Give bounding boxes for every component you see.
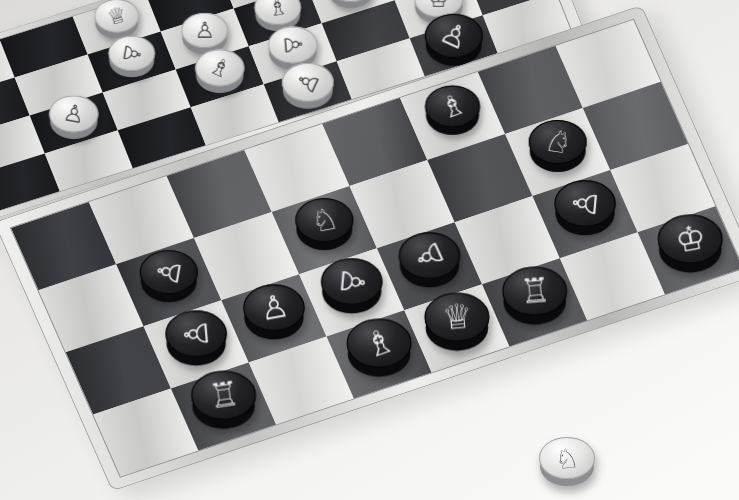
disc-top: ♙ bbox=[554, 180, 615, 227]
disc-top: ♙ bbox=[243, 284, 304, 331]
knight-icon: ♘ bbox=[554, 443, 580, 472]
pawn-icon: ♙ bbox=[179, 318, 213, 349]
pawn-icon: ♙ bbox=[435, 16, 472, 55]
disc-top: ♙ bbox=[140, 250, 198, 294]
king-icon: ♔ bbox=[428, 0, 449, 11]
disc-top: ♖ bbox=[502, 267, 567, 316]
piece-disc: ♙ bbox=[321, 258, 382, 314]
piece-disc: ♔ bbox=[658, 214, 723, 273]
pawn-icon: ♙ bbox=[257, 290, 291, 326]
pawn-icon: ♙ bbox=[61, 100, 86, 127]
knight-icon: ♘ bbox=[308, 203, 340, 237]
piece-disc: ♙ bbox=[399, 232, 460, 288]
king-icon: ♔ bbox=[672, 220, 708, 258]
piece-disc: ♕ bbox=[424, 293, 489, 352]
disc-top: ♕ bbox=[94, 0, 139, 33]
piece-disc: ♗ bbox=[347, 319, 412, 378]
bishop-icon: ♗ bbox=[205, 53, 234, 84]
pawn-icon: ♙ bbox=[119, 41, 145, 65]
piece-disc: ♙ bbox=[108, 36, 155, 78]
disc-top: ♗ bbox=[195, 49, 244, 86]
disc-top: ♘ bbox=[529, 120, 587, 164]
queen-icon: ♕ bbox=[440, 299, 473, 335]
rook-icon: ♖ bbox=[518, 273, 551, 309]
disc-top: ♙ bbox=[49, 95, 98, 132]
piece-disc: ♖ bbox=[191, 371, 256, 430]
piece-disc: ♙ bbox=[554, 180, 615, 236]
piece-disc: ♕ bbox=[94, 0, 139, 39]
knight-icon: ♘ bbox=[542, 125, 573, 158]
rook-icon: ♖ bbox=[206, 377, 241, 414]
disc-top: ♙ bbox=[181, 13, 228, 48]
pawn-icon: ♙ bbox=[195, 19, 215, 41]
pawn-icon: ♙ bbox=[409, 236, 450, 275]
pawn-icon: ♙ bbox=[335, 266, 369, 297]
piece-disc: ♘ bbox=[539, 437, 595, 487]
disc-top: ♘ bbox=[539, 437, 595, 479]
disc-top: ♙ bbox=[165, 310, 226, 357]
piece-disc: ♙ bbox=[49, 95, 98, 140]
disc-top: ♗ bbox=[425, 85, 480, 127]
disc-top: ♙ bbox=[282, 63, 334, 102]
pawn-icon: ♙ bbox=[292, 67, 324, 98]
disc-top: ♙ bbox=[108, 36, 155, 71]
disc-top: ♕ bbox=[424, 293, 489, 342]
disc-top: ♘ bbox=[295, 198, 353, 242]
piece-disc: ♖ bbox=[502, 267, 567, 326]
disc-top: ♔ bbox=[658, 214, 723, 263]
queen-icon: ♕ bbox=[105, 3, 129, 29]
piece-disc: ♙ bbox=[243, 284, 304, 340]
piece-disc: ♙ bbox=[425, 14, 483, 67]
piece-disc: ♘ bbox=[529, 120, 587, 173]
piece-disc: ♙ bbox=[140, 250, 198, 303]
bishop-icon: ♗ bbox=[436, 89, 470, 125]
pawn-icon: ♙ bbox=[152, 256, 186, 288]
piece-disc: ♙ bbox=[282, 63, 334, 110]
piece-disc: ♙ bbox=[327, 0, 374, 9]
disc-top: ♙ bbox=[399, 232, 460, 279]
disc-top: ♙ bbox=[268, 26, 317, 63]
piece-disc: ♗ bbox=[195, 49, 244, 94]
disc-top: ♗ bbox=[347, 319, 412, 368]
disc-top: ♙ bbox=[425, 14, 483, 58]
bishop-icon: ♗ bbox=[266, 0, 290, 20]
piece-disc: ♙ bbox=[165, 310, 226, 366]
piece-disc: ♘ bbox=[295, 198, 353, 251]
disc-top: ♖ bbox=[191, 371, 256, 420]
disc-top: ♙ bbox=[321, 258, 382, 305]
piece-white-knight-offboard[interactable]: ♘ bbox=[539, 437, 595, 487]
bishop-icon: ♗ bbox=[359, 322, 399, 364]
pawn-icon: ♙ bbox=[568, 188, 602, 219]
pawn-icon: ♙ bbox=[280, 33, 306, 56]
piece-disc: ♗ bbox=[425, 85, 480, 135]
travel-chess-set-photo: ♖♕♙♙♗♙♙♗♙♔♙♙ ♗♙♘♘♙♙♙♙♙♖♗♕♖♔ ♘ bbox=[0, 0, 739, 500]
